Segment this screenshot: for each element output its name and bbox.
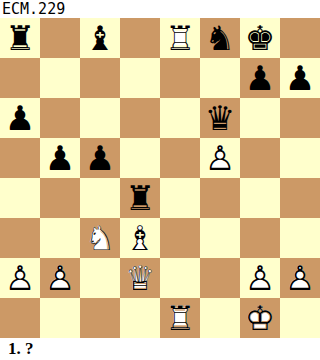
square-c2[interactable] [80,258,120,298]
square-g2[interactable]: ♟♙ [240,258,280,298]
white-pawn-icon: ♟♙ [280,258,320,298]
status-bar: 1. ? [0,338,320,360]
square-g4[interactable] [240,178,280,218]
square-c6[interactable] [80,98,120,138]
square-b4[interactable] [40,178,80,218]
square-g7[interactable]: ♟ [240,58,280,98]
chess-board: ♜♝♜♖♞♚♟♟♟♛♟♟♟♙♜♞♘♝♗♟♙♟♙♛♕♟♙♟♙♜♖♚♔ [0,18,320,338]
white-pawn-icon: ♟♙ [240,258,280,298]
white-king-icon: ♚♔ [240,298,280,338]
square-d1[interactable] [120,298,160,338]
square-f6[interactable]: ♛ [200,98,240,138]
square-a7[interactable] [0,58,40,98]
white-pawn-icon: ♟♙ [40,258,80,298]
square-a1[interactable] [0,298,40,338]
square-b6[interactable] [40,98,80,138]
white-pawn-icon: ♟♙ [200,138,240,178]
square-f5[interactable]: ♟♙ [200,138,240,178]
square-b2[interactable]: ♟♙ [40,258,80,298]
black-rook-icon: ♜ [0,18,40,58]
square-f1[interactable] [200,298,240,338]
square-b5[interactable]: ♟ [40,138,80,178]
square-e4[interactable] [160,178,200,218]
white-rook-icon: ♜♖ [160,18,200,58]
square-b8[interactable] [40,18,80,58]
black-king-icon: ♚ [240,18,280,58]
square-h1[interactable] [280,298,320,338]
square-e7[interactable] [160,58,200,98]
black-pawn-icon: ♟ [40,138,80,178]
square-c4[interactable] [80,178,120,218]
square-a5[interactable] [0,138,40,178]
square-h5[interactable] [280,138,320,178]
square-c7[interactable] [80,58,120,98]
square-g5[interactable] [240,138,280,178]
square-c1[interactable] [80,298,120,338]
square-e6[interactable] [160,98,200,138]
square-d4[interactable]: ♜ [120,178,160,218]
square-g1[interactable]: ♚♔ [240,298,280,338]
move-prompt: 1. ? [0,338,34,360]
square-b3[interactable] [40,218,80,258]
square-h7[interactable]: ♟ [280,58,320,98]
square-a4[interactable] [0,178,40,218]
white-bishop-icon: ♝♗ [120,218,160,258]
square-b1[interactable] [40,298,80,338]
square-d3[interactable]: ♝♗ [120,218,160,258]
black-queen-icon: ♛ [200,98,240,138]
square-g8[interactable]: ♚ [240,18,280,58]
square-a2[interactable]: ♟♙ [0,258,40,298]
square-d6[interactable] [120,98,160,138]
black-pawn-icon: ♟ [240,58,280,98]
square-c3[interactable]: ♞♘ [80,218,120,258]
square-e3[interactable] [160,218,200,258]
square-e5[interactable] [160,138,200,178]
page-title: ECM.229 [0,0,65,18]
square-h3[interactable] [280,218,320,258]
square-f4[interactable] [200,178,240,218]
square-c8[interactable]: ♝ [80,18,120,58]
white-queen-icon: ♛♕ [120,258,160,298]
square-e8[interactable]: ♜♖ [160,18,200,58]
square-f3[interactable] [200,218,240,258]
square-d2[interactable]: ♛♕ [120,258,160,298]
title-bar: ECM.229 [0,0,320,18]
black-pawn-icon: ♟ [80,138,120,178]
white-knight-icon: ♞♘ [80,218,120,258]
square-e1[interactable]: ♜♖ [160,298,200,338]
square-e2[interactable] [160,258,200,298]
square-a3[interactable] [0,218,40,258]
square-h8[interactable] [280,18,320,58]
black-knight-icon: ♞ [200,18,240,58]
square-f8[interactable]: ♞ [200,18,240,58]
square-f7[interactable] [200,58,240,98]
square-b7[interactable] [40,58,80,98]
black-pawn-icon: ♟ [0,98,40,138]
square-d7[interactable] [120,58,160,98]
square-h4[interactable] [280,178,320,218]
square-a6[interactable]: ♟ [0,98,40,138]
white-pawn-icon: ♟♙ [0,258,40,298]
black-bishop-icon: ♝ [80,18,120,58]
square-g6[interactable] [240,98,280,138]
square-g3[interactable] [240,218,280,258]
square-h6[interactable] [280,98,320,138]
square-f2[interactable] [200,258,240,298]
black-pawn-icon: ♟ [280,58,320,98]
square-a8[interactable]: ♜ [0,18,40,58]
square-d5[interactable] [120,138,160,178]
black-rook-icon: ♜ [120,178,160,218]
white-rook-icon: ♜♖ [160,298,200,338]
square-h2[interactable]: ♟♙ [280,258,320,298]
square-d8[interactable] [120,18,160,58]
square-c5[interactable]: ♟ [80,138,120,178]
